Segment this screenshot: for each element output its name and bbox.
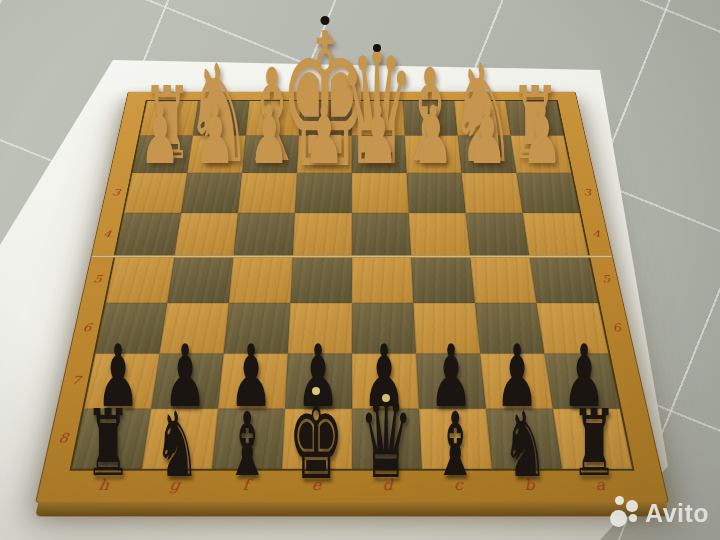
square-e8: [282, 409, 352, 469]
square-c6: [413, 303, 480, 354]
square-h4: [115, 213, 181, 256]
square-e5: [290, 256, 352, 303]
square-f4: [234, 213, 295, 256]
square-f3: [238, 173, 297, 213]
square-a1: [505, 101, 563, 136]
avito-watermark: Avito: [610, 495, 720, 537]
square-b1: [454, 101, 511, 136]
square-d7: [352, 354, 419, 409]
square-e3: [295, 173, 352, 213]
file-label-h: h: [67, 476, 141, 493]
square-b2: [458, 136, 517, 173]
square-h1: [140, 101, 198, 136]
square-d2: [352, 136, 407, 173]
square-h8: [72, 409, 151, 469]
file-label-g: g: [138, 476, 211, 493]
file-label-f: f: [209, 476, 281, 493]
square-c4: [409, 213, 470, 256]
file-label-b: b: [493, 476, 566, 493]
square-a2: [511, 136, 572, 173]
square-h6: [95, 303, 167, 354]
listing-photo: hgfedcba 345678 3456 ♜♞♝♚♛♝♞♜♟♟♟♟♟♟♟♟♟♟♟…: [0, 0, 720, 540]
square-d8: [352, 409, 422, 469]
square-a8: [553, 409, 632, 469]
square-g5: [167, 256, 233, 303]
square-g1: [193, 101, 249, 136]
square-c7: [416, 354, 486, 409]
square-d5: [352, 256, 414, 303]
square-a3: [516, 173, 579, 213]
board-scene: hgfedcba 345678 3456: [0, 0, 720, 540]
square-b7: [480, 354, 553, 409]
square-c1: [403, 101, 458, 136]
file-label-e: e: [281, 476, 352, 493]
square-g7: [151, 354, 224, 409]
square-e4: [293, 213, 352, 256]
square-d4: [352, 213, 411, 256]
square-h7: [84, 354, 159, 409]
square-g4: [174, 213, 238, 256]
square-h5: [106, 256, 175, 303]
square-a4: [523, 213, 589, 256]
square-e7: [285, 354, 352, 409]
avito-logo-dot: [615, 496, 624, 505]
square-c5: [411, 256, 475, 303]
square-b3: [462, 173, 523, 213]
square-a5: [529, 256, 598, 303]
chess-board: hgfedcba 345678 3456: [35, 92, 669, 503]
square-c2: [405, 136, 462, 173]
square-d6: [352, 303, 416, 354]
file-label-c: c: [422, 476, 494, 493]
board-squares: [72, 101, 632, 469]
square-h2: [132, 136, 193, 173]
square-f5: [229, 256, 293, 303]
square-f8: [212, 409, 285, 469]
square-g6: [160, 303, 229, 354]
square-g2: [187, 136, 246, 173]
avito-logo-dot: [629, 514, 637, 522]
square-b6: [475, 303, 544, 354]
square-f2: [242, 136, 299, 173]
file-labels: hgfedcba: [66, 473, 638, 497]
square-a6: [536, 303, 608, 354]
square-d3: [352, 173, 409, 213]
square-e2: [297, 136, 352, 173]
square-b5: [470, 256, 536, 303]
board-fold-seam: [91, 255, 612, 258]
square-b8: [486, 409, 562, 469]
square-c3: [407, 173, 466, 213]
square-b4: [466, 213, 530, 256]
square-h3: [124, 173, 187, 213]
square-c8: [419, 409, 492, 469]
square-e6: [288, 303, 352, 354]
square-g3: [181, 173, 242, 213]
file-label-d: d: [352, 476, 423, 493]
square-e1: [299, 101, 352, 136]
square-a7: [544, 354, 619, 409]
square-g8: [142, 409, 218, 469]
square-f1: [246, 101, 301, 136]
avito-watermark-text: Avito: [645, 499, 709, 528]
square-f6: [224, 303, 291, 354]
avito-logo-dot: [626, 500, 638, 512]
avito-logo-dot: [610, 510, 627, 527]
square-f7: [218, 354, 288, 409]
square-d1: [352, 101, 405, 136]
file-label-a: a: [563, 476, 637, 493]
